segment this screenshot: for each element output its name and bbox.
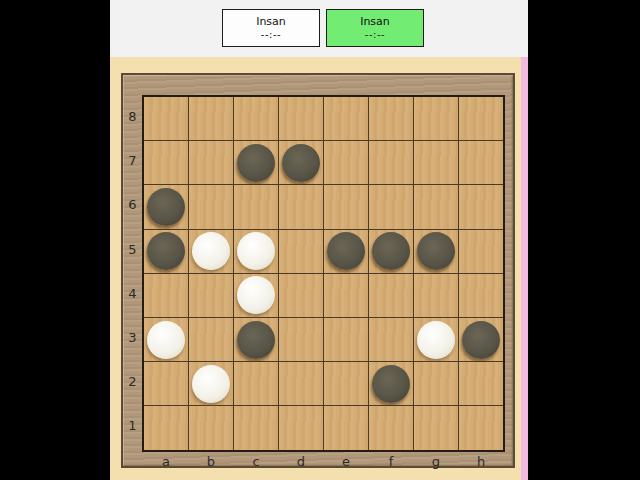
rank-label-7: 7 [123, 139, 142, 183]
board-cell-b4[interactable] [189, 274, 233, 317]
white-piece-b2[interactable] [192, 365, 230, 403]
board-cell-d7[interactable] [279, 141, 323, 184]
board-cell-b3[interactable] [189, 318, 233, 361]
board-cell-a5[interactable] [144, 230, 188, 273]
board-cell-c3[interactable] [234, 318, 278, 361]
white-piece-c4[interactable] [237, 276, 275, 314]
rank-label-5: 5 [123, 228, 142, 272]
board-cell-f1[interactable] [369, 406, 413, 449]
white-piece-g3[interactable] [417, 321, 455, 359]
board-cell-e3[interactable] [324, 318, 368, 361]
board-cell-d3[interactable] [279, 318, 323, 361]
board-cell-a6[interactable] [144, 185, 188, 228]
board-cell-f5[interactable] [369, 230, 413, 273]
board-cell-c4[interactable] [234, 274, 278, 317]
board-cell-h2[interactable] [459, 362, 503, 405]
player-1-name: Insan [256, 16, 286, 27]
board-cell-e8[interactable] [324, 97, 368, 140]
board-cell-h3[interactable] [459, 318, 503, 361]
board-cell-e7[interactable] [324, 141, 368, 184]
board-cell-e1[interactable] [324, 406, 368, 449]
file-label-h: h [459, 454, 504, 469]
black-piece-a6[interactable] [147, 188, 185, 226]
black-piece-f2[interactable] [372, 365, 410, 403]
player-2-name: Insan [360, 16, 390, 27]
file-label-e: e [324, 454, 369, 469]
board-cell-c2[interactable] [234, 362, 278, 405]
rank-label-4: 4 [123, 272, 142, 316]
board-cell-b5[interactable] [189, 230, 233, 273]
board-cell-e5[interactable] [324, 230, 368, 273]
board-cell-g2[interactable] [414, 362, 458, 405]
player-info-bar: Insan --:-- Insan --:-- [110, 0, 528, 57]
board-cell-g7[interactable] [414, 141, 458, 184]
right-edge-strip [521, 57, 528, 480]
black-piece-g5[interactable] [417, 232, 455, 270]
app-window: Insan --:-- Insan --:-- 87654321abcdefgh [0, 0, 640, 480]
board-cell-h6[interactable] [459, 185, 503, 228]
board-cell-f4[interactable] [369, 274, 413, 317]
board-cell-h4[interactable] [459, 274, 503, 317]
board-cell-a3[interactable] [144, 318, 188, 361]
board-cell-a1[interactable] [144, 406, 188, 449]
black-piece-f5[interactable] [372, 232, 410, 270]
rank-label-3: 3 [123, 316, 142, 360]
board-cell-a8[interactable] [144, 97, 188, 140]
board-cell-c7[interactable] [234, 141, 278, 184]
board-cell-d5[interactable] [279, 230, 323, 273]
white-piece-c5[interactable] [237, 232, 275, 270]
board-cell-c5[interactable] [234, 230, 278, 273]
board-cell-d6[interactable] [279, 185, 323, 228]
board-cell-b7[interactable] [189, 141, 233, 184]
board-cell-f8[interactable] [369, 97, 413, 140]
rank-label-6: 6 [123, 183, 142, 227]
board-cell-g3[interactable] [414, 318, 458, 361]
file-label-c: c [234, 454, 279, 469]
game-window: Insan --:-- Insan --:-- 87654321abcdefgh [110, 0, 528, 480]
board-grid [142, 95, 505, 452]
board-cell-h7[interactable] [459, 141, 503, 184]
player-panel-1: Insan --:-- [222, 9, 320, 47]
board-cell-d8[interactable] [279, 97, 323, 140]
board-cell-a7[interactable] [144, 141, 188, 184]
black-piece-e5[interactable] [327, 232, 365, 270]
board-cell-g6[interactable] [414, 185, 458, 228]
board-cell-c1[interactable] [234, 406, 278, 449]
file-label-b: b [189, 454, 234, 469]
board-cell-c8[interactable] [234, 97, 278, 140]
white-piece-a3[interactable] [147, 321, 185, 359]
board-cell-e4[interactable] [324, 274, 368, 317]
file-label-f: f [369, 454, 414, 469]
board-cell-f6[interactable] [369, 185, 413, 228]
board-cell-d1[interactable] [279, 406, 323, 449]
board-cell-h5[interactable] [459, 230, 503, 273]
player-panel-2-active: Insan --:-- [326, 9, 424, 47]
board-cell-h1[interactable] [459, 406, 503, 449]
board-cell-f3[interactable] [369, 318, 413, 361]
board-cell-f2[interactable] [369, 362, 413, 405]
white-piece-b5[interactable] [192, 232, 230, 270]
board-cell-e2[interactable] [324, 362, 368, 405]
rank-label-2: 2 [123, 360, 142, 404]
board-cell-h8[interactable] [459, 97, 503, 140]
black-piece-a5[interactable] [147, 232, 185, 270]
board-cell-g4[interactable] [414, 274, 458, 317]
board-cell-d2[interactable] [279, 362, 323, 405]
board-cell-f7[interactable] [369, 141, 413, 184]
board-cell-b1[interactable] [189, 406, 233, 449]
board-cell-g5[interactable] [414, 230, 458, 273]
black-piece-h3[interactable] [462, 321, 500, 359]
board-cell-b8[interactable] [189, 97, 233, 140]
board-cell-g8[interactable] [414, 97, 458, 140]
board-cell-c6[interactable] [234, 185, 278, 228]
board-frame: 87654321abcdefgh [121, 73, 515, 468]
board-cell-g1[interactable] [414, 406, 458, 449]
board-area: 87654321abcdefgh [110, 57, 528, 480]
board-cell-e6[interactable] [324, 185, 368, 228]
player-1-clock: --:-- [261, 30, 281, 40]
rank-label-8: 8 [123, 95, 142, 139]
board-cell-a4[interactable] [144, 274, 188, 317]
black-piece-c3[interactable] [237, 321, 275, 359]
player-2-clock: --:-- [365, 30, 385, 40]
board-cell-d4[interactable] [279, 274, 323, 317]
file-label-g: g [414, 454, 459, 469]
board-cell-b6[interactable] [189, 185, 233, 228]
black-piece-d7[interactable] [282, 144, 320, 182]
black-piece-c7[interactable] [237, 144, 275, 182]
board-cell-b2[interactable] [189, 362, 233, 405]
board-cell-a2[interactable] [144, 362, 188, 405]
file-label-a: a [144, 454, 189, 469]
rank-label-1: 1 [123, 404, 142, 448]
file-label-d: d [279, 454, 324, 469]
